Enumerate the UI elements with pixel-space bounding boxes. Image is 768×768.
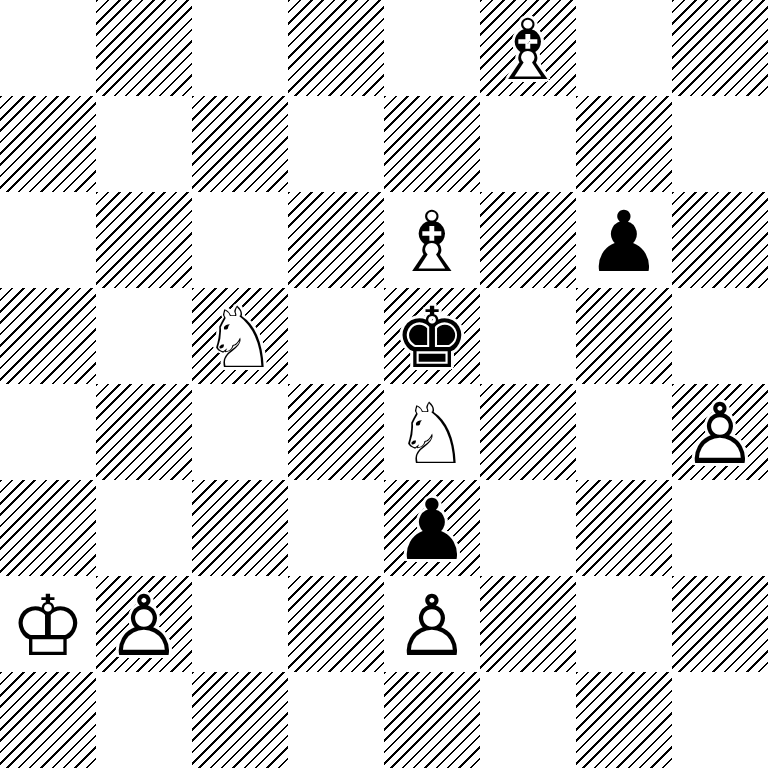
square-d3[interactable] <box>288 480 384 576</box>
square-a2[interactable]: ♚♔ <box>0 576 96 672</box>
square-d4[interactable] <box>288 384 384 480</box>
square-a8[interactable] <box>0 0 96 96</box>
square-d2[interactable] <box>288 576 384 672</box>
square-f3[interactable] <box>480 480 576 576</box>
white-bishop-glyph: ♝ <box>384 192 480 288</box>
white-bishop-outline-glyph: ♗ <box>480 0 576 96</box>
white-bishop-glyph: ♝ <box>480 0 576 96</box>
square-a6[interactable] <box>0 192 96 288</box>
square-c2[interactable] <box>192 576 288 672</box>
square-e7[interactable] <box>384 96 480 192</box>
piece-white-pawn[interactable]: ♟♙ <box>384 576 480 672</box>
piece-white-bishop[interactable]: ♝♗ <box>480 0 576 96</box>
square-d5[interactable] <box>288 288 384 384</box>
white-knight-glyph: ♞ <box>384 384 480 480</box>
piece-black-pawn[interactable]: ♟ <box>576 192 672 288</box>
square-e6[interactable]: ♝♗ <box>384 192 480 288</box>
square-g8[interactable] <box>576 0 672 96</box>
square-b8[interactable] <box>96 0 192 96</box>
square-c6[interactable] <box>192 192 288 288</box>
square-c4[interactable] <box>192 384 288 480</box>
square-b1[interactable] <box>96 672 192 768</box>
white-knight-glyph: ♞ <box>192 288 288 384</box>
white-pawn-glyph: ♟ <box>384 576 480 672</box>
square-e8[interactable] <box>384 0 480 96</box>
black-king-glyph: ♚ <box>384 288 480 384</box>
square-g5[interactable] <box>576 288 672 384</box>
square-b7[interactable] <box>96 96 192 192</box>
white-knight-outline-glyph: ♘ <box>192 288 288 384</box>
square-d1[interactable] <box>288 672 384 768</box>
square-b4[interactable] <box>96 384 192 480</box>
square-c7[interactable] <box>192 96 288 192</box>
white-pawn-outline-glyph: ♙ <box>384 576 480 672</box>
square-h4[interactable]: ♟♙ <box>672 384 768 480</box>
white-pawn-outline-glyph: ♙ <box>672 384 768 480</box>
white-knight-outline-glyph: ♘ <box>384 384 480 480</box>
square-h8[interactable] <box>672 0 768 96</box>
square-b5[interactable] <box>96 288 192 384</box>
square-c1[interactable] <box>192 672 288 768</box>
square-g7[interactable] <box>576 96 672 192</box>
piece-black-pawn[interactable]: ♟ <box>384 480 480 576</box>
square-d6[interactable] <box>288 192 384 288</box>
square-h2[interactable] <box>672 576 768 672</box>
square-g4[interactable] <box>576 384 672 480</box>
square-f8[interactable]: ♝♗ <box>480 0 576 96</box>
square-f4[interactable] <box>480 384 576 480</box>
square-f7[interactable] <box>480 96 576 192</box>
piece-white-pawn[interactable]: ♟♙ <box>672 384 768 480</box>
square-g1[interactable] <box>576 672 672 768</box>
square-c5[interactable]: ♞♘ <box>192 288 288 384</box>
square-h5[interactable] <box>672 288 768 384</box>
white-pawn-glyph: ♟ <box>672 384 768 480</box>
square-f2[interactable] <box>480 576 576 672</box>
square-h7[interactable] <box>672 96 768 192</box>
white-king-outline-glyph: ♔ <box>0 576 96 672</box>
square-h6[interactable] <box>672 192 768 288</box>
piece-white-knight[interactable]: ♞♘ <box>192 288 288 384</box>
square-f5[interactable] <box>480 288 576 384</box>
square-d8[interactable] <box>288 0 384 96</box>
square-c8[interactable] <box>192 0 288 96</box>
square-b6[interactable] <box>96 192 192 288</box>
square-g3[interactable] <box>576 480 672 576</box>
white-pawn-outline-glyph: ♙ <box>96 576 192 672</box>
square-e4[interactable]: ♞♘ <box>384 384 480 480</box>
square-a3[interactable] <box>0 480 96 576</box>
piece-white-pawn[interactable]: ♟♙ <box>96 576 192 672</box>
white-bishop-outline-glyph: ♗ <box>384 192 480 288</box>
square-a1[interactable] <box>0 672 96 768</box>
square-a4[interactable] <box>0 384 96 480</box>
square-f6[interactable] <box>480 192 576 288</box>
square-g2[interactable] <box>576 576 672 672</box>
white-pawn-glyph: ♟ <box>96 576 192 672</box>
piece-white-bishop[interactable]: ♝♗ <box>384 192 480 288</box>
piece-white-king[interactable]: ♚♔ <box>0 576 96 672</box>
square-b2[interactable]: ♟♙ <box>96 576 192 672</box>
white-king-glyph: ♚ <box>0 576 96 672</box>
square-e2[interactable]: ♟♙ <box>384 576 480 672</box>
square-d7[interactable] <box>288 96 384 192</box>
square-e5[interactable]: ♚ <box>384 288 480 384</box>
square-e3[interactable]: ♟ <box>384 480 480 576</box>
piece-black-king[interactable]: ♚ <box>384 288 480 384</box>
square-e1[interactable] <box>384 672 480 768</box>
black-pawn-glyph: ♟ <box>384 480 480 576</box>
square-g6[interactable]: ♟ <box>576 192 672 288</box>
piece-white-knight[interactable]: ♞♘ <box>384 384 480 480</box>
square-a5[interactable] <box>0 288 96 384</box>
square-b3[interactable] <box>96 480 192 576</box>
square-a7[interactable] <box>0 96 96 192</box>
square-f1[interactable] <box>480 672 576 768</box>
square-h1[interactable] <box>672 672 768 768</box>
black-pawn-glyph: ♟ <box>576 192 672 288</box>
square-c3[interactable] <box>192 480 288 576</box>
square-h3[interactable] <box>672 480 768 576</box>
chess-board: ♝♗♝♗♟♞♘♚♞♘♟♙♟♚♔♟♙♟♙ <box>0 0 768 768</box>
